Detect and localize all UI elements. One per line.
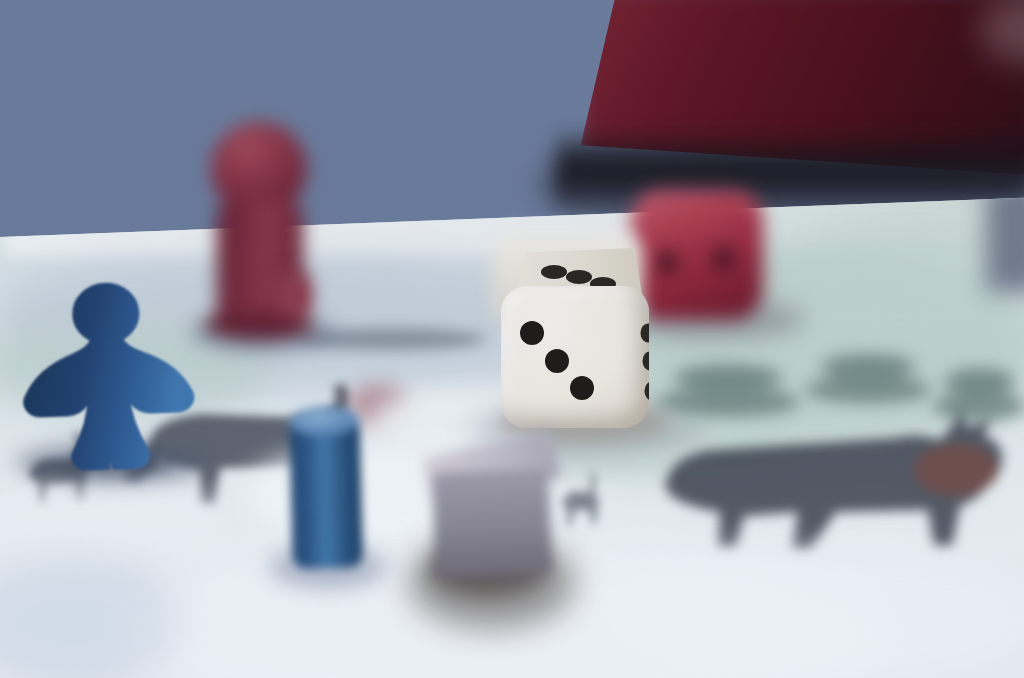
game-box-shadow [556, 128, 1024, 212]
blue-cylinder-body [289, 419, 363, 569]
gray-cube [428, 433, 558, 567]
die-pip [520, 321, 544, 345]
deer-icon-center [552, 470, 616, 528]
gray-cube-front-face [432, 469, 552, 577]
die-pip [644, 382, 649, 401]
white-die-right-edge [501, 286, 649, 428]
pine-tree-icon [798, 350, 938, 410]
die-pip [643, 352, 649, 371]
white-die-front-face [501, 286, 649, 428]
die-pip [545, 349, 569, 373]
blue-meeple [19, 279, 198, 475]
photo-board-game-scene [0, 0, 1024, 678]
board-teal-hint [790, 224, 1010, 334]
die-pip [566, 270, 592, 284]
white-die [500, 248, 652, 428]
red-pawn-base-knob [276, 272, 312, 318]
die-pip [640, 323, 649, 342]
die-pip [541, 265, 567, 279]
die-pip [656, 250, 677, 273]
blue-cylinder [289, 405, 363, 569]
board-corner-wash [0, 556, 180, 678]
cow-icon-right [648, 408, 1024, 558]
die-pip [713, 246, 734, 269]
board-white-area [0, 480, 220, 556]
die-pip [570, 376, 594, 400]
